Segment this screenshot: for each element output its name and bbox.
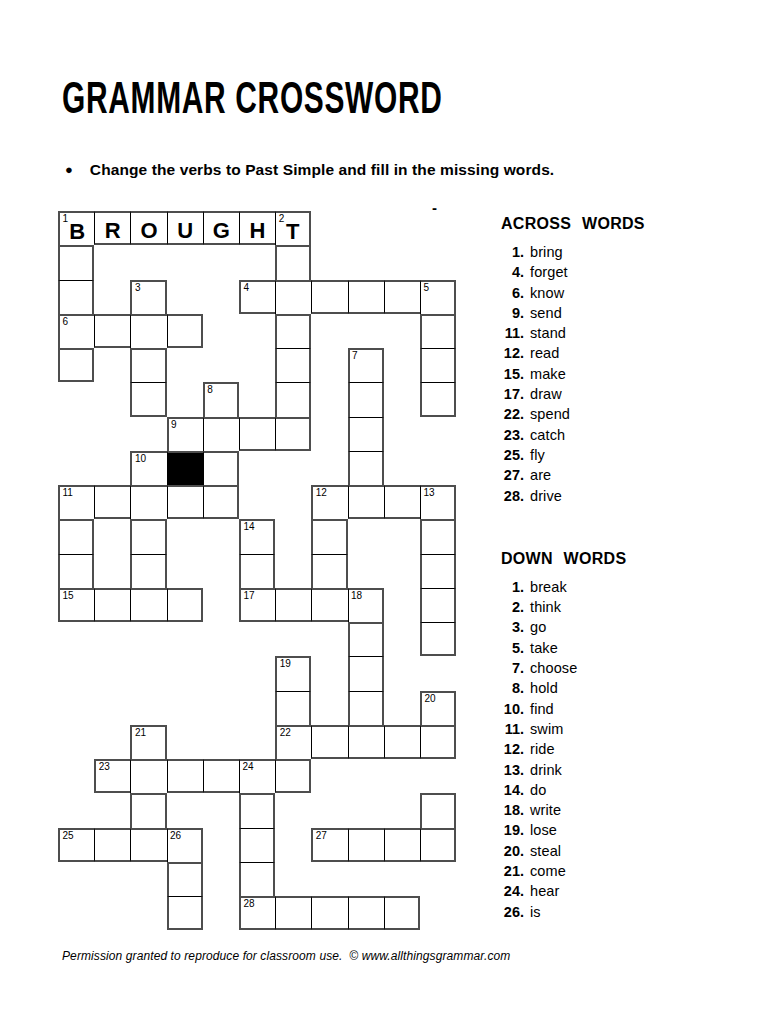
clue-number: 13. [501, 760, 524, 780]
grid-cell-r7c6[interactable] [239, 417, 275, 451]
down-clue-26: 26.is [501, 902, 741, 922]
clue-number: 26. [501, 902, 524, 922]
grid-cell-r11c3[interactable] [130, 554, 166, 588]
clue-word: do [530, 780, 546, 800]
down-clue-21: 21.come [501, 861, 741, 881]
black-cell [167, 451, 203, 485]
clue-word: hold [530, 678, 558, 698]
grid-cell-r15c9[interactable] [348, 691, 384, 725]
down-clue-7: 7.choose [501, 658, 741, 678]
grid-cell-r2c1[interactable] [58, 245, 94, 279]
grid-cell-r14c9[interactable] [348, 656, 384, 690]
cell-number: 13 [423, 488, 434, 498]
clues-panel: ACROSS WORDS 1.bring4.forget6.know9.send… [501, 215, 741, 922]
grid-cell-r3c6[interactable]: 4 [239, 280, 275, 314]
grid-cell-r5c9[interactable]: 7 [348, 348, 384, 382]
grid-cell-r12c1[interactable]: 15 [58, 588, 94, 622]
cell-number: 8 [207, 385, 213, 395]
grid-cell-r19c2[interactable] [94, 828, 130, 862]
across-clue-17: 17.draw [501, 384, 741, 404]
grid-cell-r12c3[interactable] [130, 588, 166, 622]
crossword-grid: 1BROUGH2T3456789101112131415171819202122… [58, 211, 456, 930]
down-clue-24: 24.hear [501, 881, 741, 901]
clue-number: 27. [501, 465, 524, 485]
grid-cell-r4c3[interactable] [130, 314, 166, 348]
grid-cell-r6c9[interactable] [348, 382, 384, 416]
grid-cell-r1c6[interactable]: H [239, 211, 275, 245]
across-clue-4: 4.forget [501, 262, 741, 282]
across-clue-27: 27.are [501, 465, 741, 485]
stray-dash: - [432, 199, 437, 216]
clue-word: lose [530, 820, 557, 840]
cell-number: 9 [171, 420, 177, 430]
cell-number: 24 [242, 762, 253, 772]
grid-cell-r8c9[interactable] [348, 451, 384, 485]
cell-number: 7 [352, 351, 358, 361]
grid-cell-r18c11[interactable] [420, 793, 456, 827]
grid-cell-r12c9[interactable]: 18 [348, 588, 384, 622]
grid-cell-r3c10[interactable] [384, 280, 420, 314]
grid-cell-r17c5[interactable] [203, 759, 239, 793]
down-clue-20: 20.steal [501, 841, 741, 861]
down-clue-8: 8.hold [501, 678, 741, 698]
grid-cell-r19c8[interactable]: 27 [311, 828, 347, 862]
clue-number: 24. [501, 881, 524, 901]
grid-cell-r1c5[interactable]: G [203, 211, 239, 245]
grid-cell-r9c1[interactable]: 11 [58, 485, 94, 519]
cell-number: 18 [351, 591, 362, 601]
cell-number: 22 [280, 728, 291, 738]
grid-cell-r7c4[interactable]: 9 [167, 417, 203, 451]
grid-cell-r19c3[interactable] [130, 828, 166, 862]
grid-cell-r7c9[interactable] [348, 417, 384, 451]
grid-cell-r10c1[interactable] [58, 519, 94, 553]
down-clue-12: 12.ride [501, 739, 741, 759]
clue-number: 11. [501, 719, 524, 739]
grid-cell-r16c10[interactable] [384, 725, 420, 759]
down-clue-11: 11.swim [501, 719, 741, 739]
cell-number: 11 [63, 488, 73, 498]
grid-cell-r17c3[interactable] [130, 759, 166, 793]
cell-letter: R [95, 213, 130, 243]
across-clue-9: 9.send [501, 303, 741, 323]
grid-cell-r18c3[interactable] [130, 793, 166, 827]
grid-cell-r6c11[interactable] [420, 382, 456, 416]
grid-cell-r9c9[interactable] [348, 485, 384, 519]
clue-number: 14. [501, 780, 524, 800]
across-clue-28: 28.drive [501, 486, 741, 506]
grid-cell-r17c7[interactable] [275, 759, 311, 793]
clue-word: read [530, 343, 559, 363]
grid-cell-r1c2[interactable]: R [94, 211, 130, 245]
grid-cell-r1c4[interactable]: U [167, 211, 203, 245]
grid-cell-r19c4[interactable]: 26 [167, 828, 203, 862]
down-clue-10: 10.find [501, 699, 741, 719]
grid-cell-r9c4[interactable] [167, 485, 203, 519]
clue-number: 23. [501, 425, 524, 445]
clue-number: 11. [501, 323, 524, 343]
grid-cell-r3c1[interactable] [58, 280, 94, 314]
clue-word: take [530, 638, 558, 658]
grid-cell-r13c11[interactable] [420, 622, 456, 656]
clue-word: find [530, 699, 554, 719]
grid-cell-r8c5[interactable] [203, 451, 239, 485]
cell-number: 4 [243, 283, 249, 293]
grid-cell-r3c3[interactable]: 3 [130, 280, 166, 314]
cell-letter: O [131, 213, 166, 243]
grid-cell-r12c11[interactable] [420, 588, 456, 622]
cell-number: 10 [135, 454, 146, 464]
grid-cell-r18c6[interactable] [239, 793, 275, 827]
clue-number: 22. [501, 404, 524, 424]
across-clue-12: 12.read [501, 343, 741, 363]
down-clue-5: 5.take [501, 638, 741, 658]
grid-cell-r9c5[interactable] [203, 485, 239, 519]
grid-cell-r12c6[interactable]: 17 [239, 588, 275, 622]
grid-cell-r7c7[interactable] [275, 417, 311, 451]
clue-word: bring [530, 242, 563, 262]
grid-cell-r1c1[interactable]: 1B [58, 211, 94, 245]
cell-number: 14 [243, 522, 254, 532]
grid-cell-r5c7[interactable] [275, 348, 311, 382]
grid-cell-r20c4[interactable] [167, 862, 203, 896]
cell-number: 12 [316, 488, 327, 498]
grid-cell-r3c9[interactable] [348, 280, 384, 314]
clue-word: fly [530, 445, 545, 465]
across-clue-list: 1.bring4.forget6.know9.send11.stand12.re… [501, 242, 741, 506]
clue-number: 17. [501, 384, 524, 404]
across-clue-11: 11.stand [501, 323, 741, 343]
grid-cell-r19c1[interactable]: 25 [58, 828, 94, 862]
grid-cell-r12c2[interactable] [94, 588, 130, 622]
grid-cell-r11c6[interactable] [239, 554, 275, 588]
cell-number: 3 [135, 283, 141, 293]
grid-cell-r7c5[interactable] [203, 417, 239, 451]
down-clue-19: 19.lose [501, 820, 741, 840]
down-clue-18: 18.write [501, 800, 741, 820]
cell-number: 23 [99, 762, 110, 772]
clue-word: drink [530, 760, 562, 780]
clue-number: 3. [501, 617, 524, 637]
cell-number: 27 [316, 831, 327, 841]
grid-cell-r13c9[interactable] [348, 622, 384, 656]
clue-word: are [530, 465, 551, 485]
cell-number: 6 [63, 317, 69, 327]
clue-word: spend [530, 404, 570, 424]
clue-number: 6. [501, 283, 524, 303]
clue-word: catch [530, 425, 565, 445]
grid-cell-r5c3[interactable] [130, 348, 166, 382]
down-header: DOWN WORDS [501, 550, 741, 568]
grid-cell-r21c10[interactable] [384, 896, 420, 930]
grid-cell-r21c7[interactable] [275, 896, 311, 930]
across-clue-25: 25.fly [501, 445, 741, 465]
cell-number: 19 [280, 659, 291, 669]
grid-cell-r15c11[interactable]: 20 [420, 691, 456, 725]
clue-number: 8. [501, 678, 524, 698]
clue-number: 7. [501, 658, 524, 678]
clue-word: send [530, 303, 562, 323]
clue-number: 4. [501, 262, 524, 282]
clue-number: 21. [501, 861, 524, 881]
down-clue-list: 1.break2.think3.go5.take7.choose8.hold10… [501, 577, 741, 922]
grid-cell-r15c7[interactable] [275, 691, 311, 725]
instruction-text: Change the verbs to Past Simple and fill… [90, 160, 554, 179]
cell-number: 26 [170, 831, 181, 841]
clue-word: draw [530, 384, 562, 404]
grid-cell-r12c4[interactable] [167, 588, 203, 622]
grid-cell-r19c6[interactable] [239, 828, 275, 862]
grid-cell-r12c7[interactable] [275, 588, 311, 622]
clue-number: 28. [501, 486, 524, 506]
grid-cell-r10c3[interactable] [130, 519, 166, 553]
grid-cell-r21c4[interactable] [167, 896, 203, 930]
across-clue-1: 1.bring [501, 242, 741, 262]
grid-cell-r10c8[interactable] [311, 519, 347, 553]
grid-cell-r3c8[interactable] [311, 280, 347, 314]
grid-cell-r5c1[interactable] [58, 348, 94, 382]
footer-note: Permission granted to reproduce for clas… [62, 949, 510, 963]
grid-cell-r9c2[interactable] [94, 485, 130, 519]
grid-cell-r2c7[interactable] [275, 245, 311, 279]
page-title: GRAMMAR CROSSWORD [62, 76, 443, 120]
clue-word: think [530, 597, 561, 617]
grid-cell-r6c3[interactable] [130, 382, 166, 416]
clue-number: 15. [501, 364, 524, 384]
clue-number: 1. [501, 577, 524, 597]
across-clue-15: 15.make [501, 364, 741, 384]
grid-cell-r4c7[interactable] [275, 314, 311, 348]
grid-cell-r12c8[interactable] [311, 588, 347, 622]
clue-word: swim [530, 719, 563, 739]
clue-word: make [530, 364, 566, 384]
grid-cell-r9c8[interactable]: 12 [311, 485, 347, 519]
cell-number: 5 [423, 283, 429, 293]
clue-word: forget [530, 262, 568, 282]
cell-letter: B [60, 213, 94, 245]
clue-word: write [530, 800, 561, 820]
cell-number: 17 [243, 591, 254, 601]
worksheet-page: GRAMMAR CROSSWORD ● Change the verbs to … [0, 0, 768, 1024]
clue-number: 19. [501, 820, 524, 840]
clue-word: hear [530, 881, 559, 901]
grid-cell-r21c6[interactable]: 28 [239, 896, 275, 930]
clue-number: 5. [501, 638, 524, 658]
clue-number: 20. [501, 841, 524, 861]
cell-number: 20 [424, 694, 435, 704]
down-clue-13: 13.drink [501, 760, 741, 780]
down-clue-2: 2.think [501, 597, 741, 617]
grid-cell-r16c3[interactable]: 21 [130, 725, 166, 759]
cell-number: 21 [135, 728, 146, 738]
across-clue-6: 6.know [501, 283, 741, 303]
grid-cell-r11c8[interactable] [311, 554, 347, 588]
grid-cell-r17c4[interactable] [167, 759, 203, 793]
clue-number: 2. [501, 597, 524, 617]
grid-cell-r4c1[interactable]: 6 [58, 314, 94, 348]
grid-cell-r9c11[interactable]: 13 [420, 485, 456, 519]
grid-cell-r11c1[interactable] [58, 554, 94, 588]
down-clue-14: 14.do [501, 780, 741, 800]
down-clue-3: 3.go [501, 617, 741, 637]
clue-word: break [530, 577, 567, 597]
grid-cell-r4c11[interactable] [420, 314, 456, 348]
grid-cell-r17c2[interactable]: 23 [94, 759, 130, 793]
grid-cell-r16c11[interactable] [420, 725, 456, 759]
clue-number: 1. [501, 242, 524, 262]
instruction-row: ● Change the verbs to Past Simple and fi… [65, 160, 554, 179]
grid-cell-r6c7[interactable] [275, 382, 311, 416]
grid-cell-r6c5[interactable]: 8 [203, 382, 239, 416]
cell-number: 25 [63, 831, 74, 841]
clue-word: drive [530, 486, 562, 506]
grid-cell-r9c3[interactable] [130, 485, 166, 519]
grid-cell-r21c9[interactable] [348, 896, 384, 930]
clue-number: 12. [501, 343, 524, 363]
grid-cell-r11c11[interactable] [420, 554, 456, 588]
bullet-icon: ● [65, 160, 73, 179]
grid-cell-r16c8[interactable] [311, 725, 347, 759]
grid-cell-r1c7[interactable]: 2T [275, 211, 311, 245]
grid-cell-r4c4[interactable] [167, 314, 203, 348]
clue-number: 12. [501, 739, 524, 759]
clue-word: steal [530, 841, 561, 861]
grid-cell-r10c11[interactable] [420, 519, 456, 553]
down-clue-1: 1.break [501, 577, 741, 597]
grid-cell-r8c3[interactable]: 10 [130, 451, 166, 485]
grid-cell-r16c9[interactable] [348, 725, 384, 759]
clue-word: stand [530, 323, 566, 343]
across-clue-23: 23.catch [501, 425, 741, 445]
clue-word: choose [530, 658, 577, 678]
grid-cell-r19c10[interactable] [384, 828, 420, 862]
grid-cell-r16c7[interactable]: 22 [275, 725, 311, 759]
cell-number: 28 [243, 899, 254, 909]
cell-letter: G [204, 213, 239, 243]
grid-cell-r17c6[interactable]: 24 [239, 759, 275, 793]
grid-cell-r19c9[interactable] [348, 828, 384, 862]
grid-cell-r3c11[interactable]: 5 [420, 280, 456, 314]
clue-word: know [530, 283, 564, 303]
cell-letter: H [240, 213, 275, 243]
clue-word: come [530, 861, 566, 881]
cell-letter: U [168, 213, 203, 243]
clue-word: is [530, 902, 541, 922]
grid-cell-r20c6[interactable] [239, 862, 275, 896]
across-header: ACROSS WORDS [501, 215, 741, 233]
clue-word: ride [530, 739, 555, 759]
clue-number: 9. [501, 303, 524, 323]
grid-cell-r10c6[interactable]: 14 [239, 519, 275, 553]
clue-number: 25. [501, 445, 524, 465]
cell-number: 15 [63, 591, 74, 601]
grid-cell-r14c7[interactable]: 19 [275, 656, 311, 690]
grid-cell-r5c11[interactable] [420, 348, 456, 382]
grid-cell-r9c10[interactable] [384, 485, 420, 519]
cell-letter: T [276, 213, 309, 245]
clue-word: go [530, 617, 546, 637]
grid-cell-r21c8[interactable] [311, 896, 347, 930]
grid-cell-r1c3[interactable]: O [130, 211, 166, 245]
grid-cell-r4c2[interactable] [94, 314, 130, 348]
grid-cell-r3c7[interactable] [275, 280, 311, 314]
grid-cell-r19c11[interactable] [420, 828, 456, 862]
across-clue-22: 22.spend [501, 404, 741, 424]
clue-number: 18. [501, 800, 524, 820]
clue-number: 10. [501, 699, 524, 719]
